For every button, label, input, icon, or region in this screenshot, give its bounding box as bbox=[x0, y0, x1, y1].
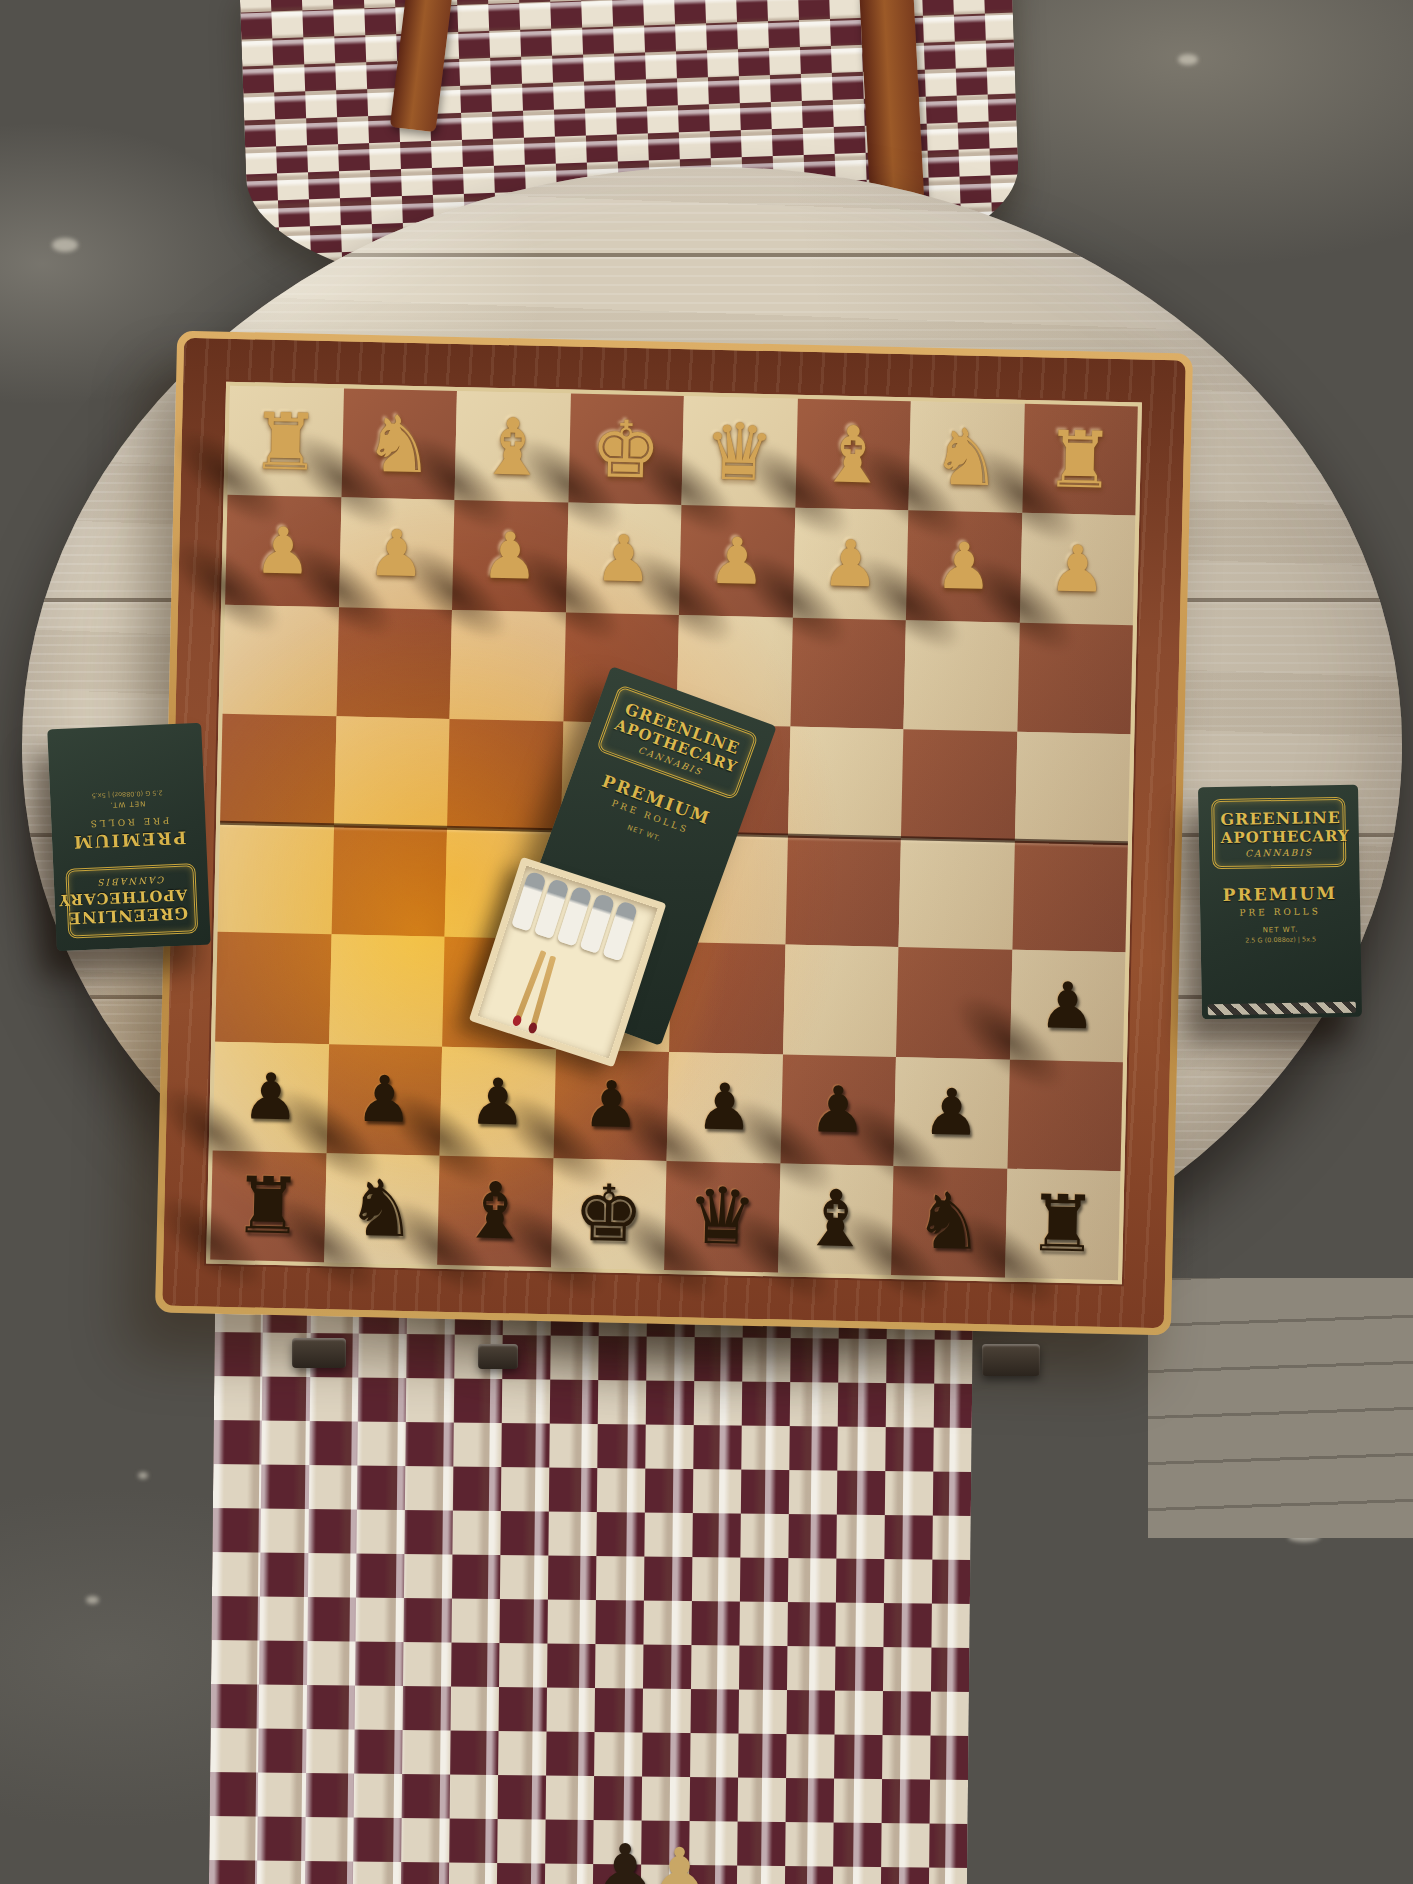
paint-spot bbox=[138, 1472, 148, 1479]
stray-light-pawn[interactable]: ♟ bbox=[650, 1840, 709, 1884]
piece-white-knight[interactable]: ♞ bbox=[341, 388, 457, 500]
brand-label: GREENLINE APOTHECARY CANNABIS bbox=[66, 863, 198, 939]
square[interactable] bbox=[790, 617, 906, 729]
square[interactable] bbox=[334, 716, 450, 828]
piece-white-king[interactable]: ♚ bbox=[568, 394, 684, 506]
piece-white-bishop[interactable]: ♝ bbox=[795, 399, 911, 511]
square[interactable] bbox=[331, 825, 447, 937]
brand-name: APOTHECARY bbox=[1221, 827, 1338, 847]
piece-black-bishop[interactable]: ♝ bbox=[778, 1163, 894, 1275]
sub-brand: CANNABIS bbox=[1221, 847, 1338, 859]
square[interactable]: ♚ bbox=[568, 394, 684, 506]
square[interactable]: ♟ bbox=[326, 1044, 442, 1156]
piece-white-pawn[interactable]: ♟ bbox=[565, 503, 681, 615]
piece-white-pawn[interactable]: ♟ bbox=[452, 500, 568, 612]
piece-white-queen[interactable]: ♛ bbox=[681, 396, 797, 508]
square[interactable]: ♟ bbox=[679, 505, 795, 617]
piece-white-pawn[interactable]: ♟ bbox=[906, 510, 1022, 622]
square[interactable] bbox=[215, 932, 331, 1044]
piece-black-knight[interactable]: ♞ bbox=[324, 1153, 440, 1265]
square[interactable]: ♟ bbox=[1019, 513, 1135, 625]
square[interactable] bbox=[1014, 732, 1130, 844]
net-weight-value: 2.5 G (0.088oz) | 5x.5 bbox=[1245, 935, 1316, 944]
square[interactable]: ♟ bbox=[667, 1051, 783, 1163]
premium-text: PREMIUM bbox=[72, 828, 187, 853]
square[interactable] bbox=[903, 620, 1019, 732]
square[interactable]: ♟ bbox=[906, 510, 1022, 622]
piece-black-bishop[interactable]: ♝ bbox=[437, 1156, 553, 1268]
piece-white-pawn[interactable]: ♟ bbox=[792, 508, 908, 620]
square[interactable]: ♜ bbox=[210, 1150, 326, 1262]
square[interactable] bbox=[218, 823, 334, 935]
square[interactable] bbox=[336, 607, 452, 719]
square[interactable]: ♟ bbox=[565, 503, 681, 615]
square[interactable]: ♟ bbox=[780, 1054, 896, 1166]
square[interactable]: ♝ bbox=[454, 391, 570, 503]
square[interactable] bbox=[220, 713, 336, 825]
square[interactable] bbox=[223, 604, 339, 716]
stray-dark-pawn[interactable]: ♟ bbox=[592, 1834, 658, 1884]
square[interactable] bbox=[1017, 622, 1133, 734]
square[interactable]: ♟ bbox=[440, 1046, 556, 1158]
board-latch[interactable] bbox=[292, 1338, 346, 1368]
pre-rolls-text: PRE ROLLS bbox=[1239, 906, 1321, 917]
premium-text: PREMIUM bbox=[1223, 883, 1338, 905]
square[interactable] bbox=[1012, 841, 1128, 953]
square[interactable]: ♟ bbox=[213, 1041, 329, 1153]
pre-roll-box-right[interactable]: GREENLINE APOTHECARY CANNABIS PREMIUM PR… bbox=[1198, 785, 1362, 1020]
square[interactable]: ♝ bbox=[778, 1163, 894, 1275]
box-face: GREENLINE APOTHECARY CANNABIS PREMIUM PR… bbox=[47, 723, 211, 952]
piece-black-queen[interactable]: ♛ bbox=[664, 1161, 780, 1273]
square[interactable] bbox=[785, 836, 901, 948]
square[interactable]: ♟ bbox=[1009, 950, 1125, 1062]
square[interactable] bbox=[447, 719, 563, 831]
paint-spot bbox=[52, 238, 78, 252]
brand-label: GREENLINE APOTHECARY CANNABIS bbox=[1211, 797, 1347, 869]
square[interactable] bbox=[450, 609, 566, 721]
piece-white-rook[interactable]: ♜ bbox=[228, 386, 344, 498]
square[interactable]: ♟ bbox=[792, 508, 908, 620]
net-weight-value: 2.5 G (0.088oz) | 5x.5 bbox=[91, 788, 162, 799]
square[interactable]: ♟ bbox=[225, 495, 341, 607]
square[interactable] bbox=[896, 947, 1012, 1059]
square[interactable]: ♛ bbox=[681, 396, 797, 508]
pre-roll-box-left[interactable]: GREENLINE APOTHECARY CANNABIS PREMIUM PR… bbox=[47, 723, 211, 952]
piece-black-pawn[interactable]: ♟ bbox=[1009, 950, 1125, 1062]
piece-black-pawn[interactable]: ♟ bbox=[667, 1051, 783, 1163]
paint-spot bbox=[1178, 54, 1198, 65]
piece-black-pawn[interactable]: ♟ bbox=[780, 1054, 896, 1166]
square[interactable]: ♝ bbox=[795, 399, 911, 511]
square[interactable]: ♚ bbox=[551, 1158, 667, 1270]
piece-black-knight[interactable]: ♞ bbox=[891, 1166, 1007, 1278]
square[interactable]: ♜ bbox=[1004, 1168, 1120, 1280]
box-face: GREENLINE APOTHECARY CANNABIS PREMIUM PR… bbox=[1198, 785, 1362, 1020]
piece-black-king[interactable]: ♚ bbox=[551, 1158, 667, 1270]
piece-white-pawn[interactable]: ♟ bbox=[339, 498, 455, 610]
striped-band bbox=[1208, 1002, 1355, 1016]
brand-name: GREENLINE bbox=[1220, 808, 1337, 829]
square[interactable]: ♛ bbox=[664, 1161, 780, 1273]
piece-black-rook[interactable]: ♜ bbox=[210, 1150, 326, 1262]
square[interactable]: ♞ bbox=[324, 1153, 440, 1265]
square[interactable]: ♞ bbox=[908, 401, 1024, 513]
board-latch[interactable] bbox=[982, 1344, 1040, 1376]
pre-rolls-text: PRE ROLLS bbox=[87, 815, 169, 829]
square[interactable]: ♜ bbox=[228, 386, 344, 498]
square[interactable]: ♟ bbox=[339, 498, 455, 610]
square[interactable] bbox=[898, 838, 1014, 950]
square[interactable] bbox=[783, 945, 899, 1057]
piece-black-pawn[interactable]: ♟ bbox=[440, 1046, 556, 1158]
net-weight-label: NET WT. bbox=[110, 799, 146, 809]
board-latch[interactable] bbox=[478, 1344, 518, 1369]
piece-white-pawn[interactable]: ♟ bbox=[225, 495, 341, 607]
piece-white-bishop[interactable]: ♝ bbox=[454, 391, 570, 503]
scene: ♜♞♝♚♛♝♞♜♟♟♟♟♟♟♟♟♟♟♟♟♟♟♟♟♜♞♝♚♛♝♞♜ GREENLI… bbox=[0, 0, 1413, 1884]
paint-spot bbox=[86, 1596, 99, 1604]
piece-white-pawn[interactable]: ♟ bbox=[679, 505, 795, 617]
piece-black-pawn[interactable]: ♟ bbox=[894, 1057, 1010, 1169]
piece-black-pawn[interactable]: ♟ bbox=[326, 1044, 442, 1156]
square[interactable] bbox=[787, 726, 903, 838]
square[interactable] bbox=[901, 729, 1017, 841]
piece-black-pawn[interactable]: ♟ bbox=[213, 1041, 329, 1153]
piece-white-pawn[interactable]: ♟ bbox=[1019, 513, 1135, 625]
piece-black-rook[interactable]: ♜ bbox=[1004, 1168, 1120, 1280]
piece-white-rook[interactable]: ♜ bbox=[1022, 404, 1138, 516]
net-weight-label: NET WT. bbox=[1263, 926, 1299, 935]
square[interactable]: ♟ bbox=[452, 500, 568, 612]
net-weight-label: NET WT. bbox=[626, 824, 662, 844]
square[interactable]: ♞ bbox=[891, 1166, 1007, 1278]
piece-white-knight[interactable]: ♞ bbox=[908, 401, 1024, 513]
square[interactable]: ♞ bbox=[341, 388, 457, 500]
square[interactable] bbox=[329, 934, 445, 1046]
square[interactable]: ♝ bbox=[437, 1156, 553, 1268]
square[interactable]: ♜ bbox=[1022, 404, 1138, 516]
square[interactable] bbox=[1007, 1059, 1123, 1171]
square[interactable]: ♟ bbox=[894, 1057, 1010, 1169]
